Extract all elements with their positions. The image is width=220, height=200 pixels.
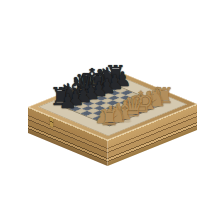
brass-clasp-icon	[50, 117, 53, 127]
chess-board	[62, 85, 163, 126]
chess-set-product-photo[interactable]: ♜♞♝♛♚♝♞♜♟♟♟♟♟♟♟♟♟♟♟♟♟♟♟♟♜♞♝♛♚♝♞♜	[0, 0, 220, 200]
